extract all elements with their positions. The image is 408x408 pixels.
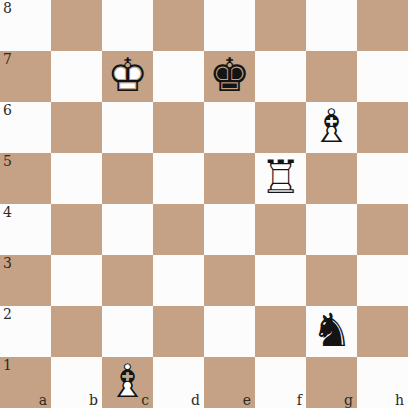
square-d2[interactable]	[153, 306, 204, 357]
square-a7[interactable]: 7	[0, 51, 51, 102]
square-a5[interactable]: 5	[0, 153, 51, 204]
square-d5[interactable]	[153, 153, 204, 204]
square-b8[interactable]	[51, 0, 102, 51]
file-label-b: b	[89, 392, 98, 408]
rank-label-3: 3	[3, 255, 12, 271]
square-h2[interactable]	[357, 306, 408, 357]
square-b2[interactable]	[51, 306, 102, 357]
white-rook-outline: ♖	[255, 152, 306, 203]
square-c7[interactable]: ♚♔	[102, 51, 153, 102]
white-bishop[interactable]: ♝♗	[306, 102, 357, 153]
square-d6[interactable]	[153, 102, 204, 153]
black-king[interactable]: ♚	[204, 51, 255, 102]
chess-board: 87♚♔♚6♝♗5♜♖432♞1abc♝♗defgh	[0, 0, 408, 408]
rank-label-4: 4	[3, 204, 12, 220]
black-king-glyph: ♚	[204, 50, 255, 101]
square-b3[interactable]	[51, 255, 102, 306]
square-h3[interactable]	[357, 255, 408, 306]
square-c2[interactable]	[102, 306, 153, 357]
file-label-h: h	[395, 392, 404, 408]
square-f2[interactable]	[255, 306, 306, 357]
square-g1[interactable]: g	[306, 357, 357, 408]
rank-label-1: 1	[3, 357, 12, 373]
square-d7[interactable]	[153, 51, 204, 102]
square-h8[interactable]	[357, 0, 408, 51]
square-g6[interactable]: ♝♗	[306, 102, 357, 153]
square-g5[interactable]	[306, 153, 357, 204]
square-b7[interactable]	[51, 51, 102, 102]
white-rook[interactable]: ♜♖	[255, 153, 306, 204]
square-h7[interactable]	[357, 51, 408, 102]
white-king[interactable]: ♚♔	[102, 51, 153, 102]
square-c5[interactable]	[102, 153, 153, 204]
square-h4[interactable]	[357, 204, 408, 255]
square-b1[interactable]: b	[51, 357, 102, 408]
black-knight[interactable]: ♞	[306, 306, 357, 357]
square-f5[interactable]: ♜♖	[255, 153, 306, 204]
square-e2[interactable]	[204, 306, 255, 357]
square-h5[interactable]	[357, 153, 408, 204]
square-f4[interactable]	[255, 204, 306, 255]
rank-label-8: 8	[3, 0, 12, 16]
file-label-a: a	[39, 392, 47, 408]
black-knight-glyph: ♞	[306, 305, 357, 356]
square-a3[interactable]: 3	[0, 255, 51, 306]
square-d1[interactable]: d	[153, 357, 204, 408]
square-a2[interactable]: 2	[0, 306, 51, 357]
square-a4[interactable]: 4	[0, 204, 51, 255]
square-c3[interactable]	[102, 255, 153, 306]
square-g3[interactable]	[306, 255, 357, 306]
square-e1[interactable]: e	[204, 357, 255, 408]
square-f6[interactable]	[255, 102, 306, 153]
square-d4[interactable]	[153, 204, 204, 255]
square-f7[interactable]	[255, 51, 306, 102]
file-label-d: d	[191, 392, 200, 408]
rank-label-6: 6	[3, 102, 12, 118]
square-f3[interactable]	[255, 255, 306, 306]
rank-label-5: 5	[3, 153, 12, 169]
rank-label-2: 2	[3, 306, 12, 322]
square-e3[interactable]	[204, 255, 255, 306]
white-bishop-outline: ♗	[102, 356, 153, 407]
square-c1[interactable]: c♝♗	[102, 357, 153, 408]
square-g2[interactable]: ♞	[306, 306, 357, 357]
white-king-outline: ♔	[102, 50, 153, 101]
white-bishop[interactable]: ♝♗	[102, 357, 153, 408]
square-e6[interactable]	[204, 102, 255, 153]
square-g7[interactable]	[306, 51, 357, 102]
square-a8[interactable]: 8	[0, 0, 51, 51]
file-label-g: g	[344, 392, 353, 408]
square-b4[interactable]	[51, 204, 102, 255]
square-c6[interactable]	[102, 102, 153, 153]
square-g4[interactable]	[306, 204, 357, 255]
square-a1[interactable]: 1a	[0, 357, 51, 408]
square-c8[interactable]	[102, 0, 153, 51]
square-b6[interactable]	[51, 102, 102, 153]
rank-label-7: 7	[3, 51, 12, 67]
file-label-e: e	[243, 392, 251, 408]
square-a6[interactable]: 6	[0, 102, 51, 153]
square-e7[interactable]: ♚	[204, 51, 255, 102]
file-label-f: f	[297, 392, 302, 408]
square-d8[interactable]	[153, 0, 204, 51]
square-f1[interactable]: f	[255, 357, 306, 408]
square-b5[interactable]	[51, 153, 102, 204]
square-e5[interactable]	[204, 153, 255, 204]
square-f8[interactable]	[255, 0, 306, 51]
square-g8[interactable]	[306, 0, 357, 51]
white-bishop-outline: ♗	[306, 101, 357, 152]
square-e4[interactable]	[204, 204, 255, 255]
square-e8[interactable]	[204, 0, 255, 51]
square-h6[interactable]	[357, 102, 408, 153]
square-h1[interactable]: h	[357, 357, 408, 408]
square-d3[interactable]	[153, 255, 204, 306]
square-c4[interactable]	[102, 204, 153, 255]
